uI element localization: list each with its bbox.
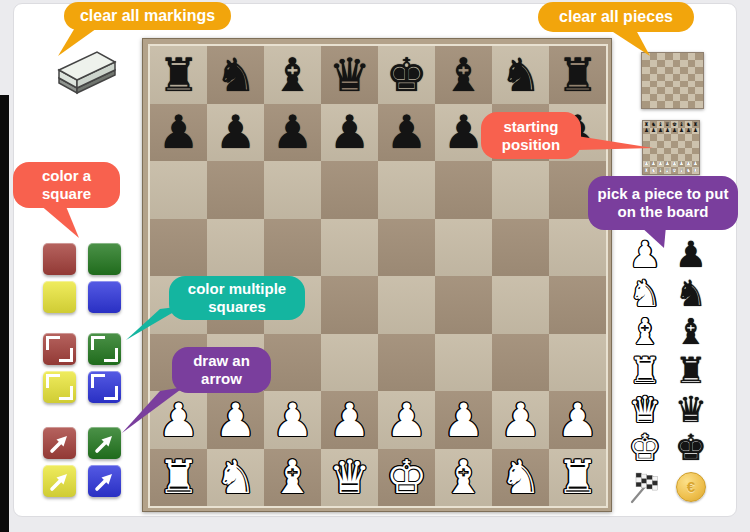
black-pawn: ♟ (672, 128, 677, 134)
arrow-tile-blue[interactable] (88, 465, 121, 497)
square-h4[interactable] (549, 276, 606, 334)
square-c6 (657, 134, 664, 141)
white-bishop-icon: ♝ (629, 314, 661, 350)
square-e1 (673, 101, 681, 108)
chess-board: ♜♞♝♛♚♝♞♜♟♟♟♟♟♟♟♟♟♟♟♟♟♟♟♟♜♞♝♛♚♝♞♜ (142, 38, 612, 512)
square-a6[interactable] (150, 161, 207, 219)
square-d4[interactable] (321, 276, 378, 334)
square-e1[interactable]: ♚ (378, 449, 435, 507)
white-queen: ♛ (329, 454, 370, 500)
black-queen: ♛ (329, 52, 370, 98)
square-d5[interactable] (321, 219, 378, 277)
square-g5 (688, 74, 696, 81)
square-f1 (680, 101, 688, 108)
square-g1[interactable]: ♞ (492, 449, 549, 507)
white-bishop: ♝ (658, 168, 663, 174)
square-a5 (642, 74, 650, 81)
arrow-ne-icon (93, 432, 116, 455)
callout-starting-position: starting position (481, 112, 657, 160)
callout-tail (606, 30, 652, 58)
page: ♜♞♝♛♚♝♞♜♟♟♟♟♟♟♟♟♟♟♟♟♟♟♟♟♜♞♝♛♚♝♞♜ ♜♞♝♛♚♝♞… (0, 0, 750, 532)
square-g6 (688, 67, 696, 74)
palette-white-rook[interactable]: ♜ (627, 352, 663, 391)
square-g4 (685, 148, 692, 155)
callout-tail (58, 26, 104, 58)
black-pawn: ♟ (443, 109, 484, 155)
square-g5 (685, 141, 692, 148)
square-d7: ♟ (664, 128, 671, 135)
square-c7[interactable]: ♟ (264, 104, 321, 162)
coin-button[interactable]: € (673, 468, 709, 507)
square-d6[interactable] (321, 161, 378, 219)
square-h1 (695, 101, 703, 108)
square-g4 (688, 81, 696, 88)
square-e4[interactable] (378, 276, 435, 334)
square-g1 (688, 101, 696, 108)
white-queen-icon: ♛ (629, 392, 661, 428)
white-king: ♚ (386, 454, 427, 500)
white-rook: ♜ (158, 454, 199, 500)
square-e5 (671, 141, 678, 148)
arrow-ne-icon (48, 470, 71, 493)
square-f2[interactable]: ♟ (435, 391, 492, 449)
square-e6[interactable] (378, 161, 435, 219)
square-d4 (664, 148, 671, 155)
square-c6[interactable] (264, 161, 321, 219)
white-pawn: ♟ (443, 397, 484, 443)
square-c3 (657, 87, 665, 94)
square-e2[interactable]: ♟ (378, 391, 435, 449)
corner-bracket-icon (104, 348, 118, 362)
white-king-icon: ♚ (629, 430, 661, 466)
callout-label: clear all pieces (538, 2, 694, 32)
square-f2 (680, 94, 688, 101)
square-h4 (692, 148, 699, 155)
square-e4 (673, 81, 681, 88)
square-d2 (665, 94, 673, 101)
square-c4 (657, 148, 664, 155)
callout-tail (577, 134, 655, 152)
color-square-tile-red[interactable] (43, 243, 76, 275)
black-pawn: ♟ (158, 109, 199, 155)
square-g6 (685, 134, 692, 141)
multi-square-tile-blue[interactable] (88, 371, 121, 403)
euro-coin-icon: € (676, 472, 706, 502)
square-b7[interactable]: ♟ (207, 104, 264, 162)
white-pawn: ♟ (272, 397, 313, 443)
palette-black-rook[interactable]: ♜ (673, 352, 709, 391)
piece-palette: ♟♟♞♞♝♝♜♜♛♛♚♚€ (627, 236, 709, 506)
square-b5 (650, 74, 658, 81)
square-e5 (673, 74, 681, 81)
square-d1: ♛ (664, 167, 671, 174)
square-e5[interactable] (378, 219, 435, 277)
white-rook-icon: ♜ (629, 353, 661, 389)
corner-bracket-icon (91, 336, 105, 350)
square-g3 (688, 87, 696, 94)
white-pawn: ♟ (658, 161, 663, 167)
square-f4 (680, 81, 688, 88)
square-h3 (695, 87, 703, 94)
white-pawn: ♟ (665, 161, 670, 167)
black-pawn: ♟ (329, 109, 370, 155)
palette-black-bishop[interactable]: ♝ (673, 313, 709, 352)
square-d3 (665, 87, 673, 94)
square-e2 (673, 94, 681, 101)
white-rook: ♜ (693, 168, 698, 174)
black-pawn: ♟ (686, 128, 691, 134)
callout-draw-an-arrow: draw an arrow (120, 347, 274, 437)
black-king-icon: ♚ (675, 430, 707, 466)
black-pawn: ♟ (665, 128, 670, 134)
black-pawn: ♟ (679, 128, 684, 134)
callout-label: draw an arrow (172, 347, 271, 393)
square-b1[interactable]: ♞ (207, 449, 264, 507)
square-f6 (680, 67, 688, 74)
square-e3 (673, 87, 681, 94)
black-pawn: ♟ (215, 109, 256, 155)
square-c1: ♝ (657, 167, 664, 174)
square-h7: ♟ (692, 128, 699, 135)
white-pawn: ♟ (557, 397, 598, 443)
white-knight: ♞ (215, 454, 256, 500)
white-bishop: ♝ (272, 454, 313, 500)
arrow-tile-green[interactable] (88, 427, 121, 459)
square-d4 (665, 81, 673, 88)
square-e7[interactable]: ♟ (378, 104, 435, 162)
square-f5 (680, 74, 688, 81)
square-a5[interactable] (150, 219, 207, 277)
square-e6 (671, 134, 678, 141)
white-pawn: ♟ (693, 161, 698, 167)
square-c4 (657, 81, 665, 88)
square-g5[interactable] (492, 219, 549, 277)
black-knight: ♞ (500, 52, 541, 98)
palette-white-knight[interactable]: ♞ (627, 275, 663, 314)
white-rook: ♜ (644, 168, 649, 174)
callout-color-multiple-squares: color multiple squares (126, 276, 308, 344)
square-b1 (650, 101, 658, 108)
square-e7: ♟ (671, 128, 678, 135)
square-d5 (665, 74, 673, 81)
square-g4[interactable] (492, 276, 549, 334)
square-f6[interactable] (435, 161, 492, 219)
square-f4 (678, 148, 685, 155)
black-rook-icon: ♜ (675, 353, 707, 389)
left-dark-strip (0, 95, 9, 532)
square-g6[interactable] (492, 161, 549, 219)
square-d6 (665, 67, 673, 74)
color-square-tile-green[interactable] (88, 243, 121, 275)
square-h3[interactable] (549, 334, 606, 392)
palette-white-king[interactable]: ♚ (627, 429, 663, 468)
square-f3 (680, 87, 688, 94)
black-pawn: ♟ (693, 128, 698, 134)
square-e4 (671, 148, 678, 155)
white-pawn: ♟ (651, 161, 656, 167)
callout-label: clear all markings (64, 2, 231, 30)
callout-color-a-square: color a square (13, 162, 125, 242)
square-f1: ♝ (678, 167, 685, 174)
square-c5[interactable] (264, 219, 321, 277)
square-b4 (650, 81, 658, 88)
square-c6 (657, 67, 665, 74)
black-knight-icon: ♞ (675, 276, 707, 312)
color-square-tile-yellow[interactable] (43, 281, 76, 313)
square-d8[interactable]: ♛ (321, 46, 378, 104)
white-knight-icon: ♞ (629, 276, 661, 312)
square-a2 (642, 94, 650, 101)
square-a4 (642, 81, 650, 88)
square-a6 (642, 67, 650, 74)
square-c1[interactable]: ♝ (264, 449, 321, 507)
square-b6[interactable] (207, 161, 264, 219)
white-pawn: ♟ (329, 397, 370, 443)
black-queen-icon: ♛ (675, 392, 707, 428)
palette-black-knight[interactable]: ♞ (673, 275, 709, 314)
square-h2[interactable]: ♟ (549, 391, 606, 449)
square-b6 (650, 67, 658, 74)
square-c1 (657, 101, 665, 108)
square-f7: ♟ (678, 128, 685, 135)
callout-clear-all-pieces: clear all pieces (538, 2, 698, 62)
white-knight: ♞ (651, 168, 656, 174)
square-e6 (673, 67, 681, 74)
square-h4 (695, 81, 703, 88)
square-f4[interactable] (435, 276, 492, 334)
arrow-ne-icon (93, 470, 116, 493)
square-g2[interactable]: ♟ (492, 391, 549, 449)
white-pawn: ♟ (679, 161, 684, 167)
corner-bracket-icon (59, 386, 73, 400)
white-pawn: ♟ (500, 397, 541, 443)
square-c7: ♟ (657, 128, 664, 135)
square-d7[interactable]: ♟ (321, 104, 378, 162)
black-king: ♚ (386, 52, 427, 98)
white-knight: ♞ (686, 168, 691, 174)
square-f3[interactable] (435, 334, 492, 392)
square-h1[interactable]: ♜ (549, 449, 606, 507)
square-h6 (692, 134, 699, 141)
square-b5[interactable] (207, 219, 264, 277)
square-b3 (650, 87, 658, 94)
square-f6 (678, 134, 685, 141)
white-pawn: ♟ (644, 161, 649, 167)
black-bishop-icon: ♝ (675, 314, 707, 350)
square-f5[interactable] (435, 219, 492, 277)
finish-flag-button[interactable] (627, 468, 663, 507)
color-square-tile-blue[interactable] (88, 281, 121, 313)
square-f1[interactable]: ♝ (435, 449, 492, 507)
square-g3[interactable] (492, 334, 549, 392)
square-h2 (695, 94, 703, 101)
square-e8[interactable]: ♚ (378, 46, 435, 104)
multi-square-tile-red[interactable] (43, 333, 76, 365)
corner-bracket-icon (46, 374, 60, 388)
square-e1: ♚ (671, 167, 678, 174)
white-king: ♚ (672, 168, 677, 174)
square-d1 (665, 101, 673, 108)
square-g1: ♞ (685, 167, 692, 174)
black-pawn: ♟ (272, 109, 313, 155)
square-a3 (642, 87, 650, 94)
multi-square-tile-yellow[interactable] (43, 371, 76, 403)
callout-label: starting position (481, 112, 581, 159)
square-d1[interactable]: ♛ (321, 449, 378, 507)
callout-tail (122, 387, 186, 435)
arrow-tile-yellow[interactable] (43, 465, 76, 497)
white-pawn: ♟ (672, 161, 677, 167)
square-a1: ♜ (643, 167, 650, 174)
square-d2[interactable]: ♟ (321, 391, 378, 449)
square-d6 (664, 134, 671, 141)
callout-pick-a-piece: pick a piece to put on the board (588, 176, 738, 254)
square-b2 (650, 94, 658, 101)
white-queen: ♛ (665, 168, 670, 174)
square-h1: ♜ (692, 167, 699, 174)
square-e3[interactable] (378, 334, 435, 392)
palette-black-king[interactable]: ♚ (673, 429, 709, 468)
square-f8[interactable]: ♝ (435, 46, 492, 104)
palette-black-queen[interactable]: ♛ (673, 390, 709, 429)
white-rook: ♜ (557, 454, 598, 500)
square-c8[interactable]: ♝ (264, 46, 321, 104)
square-h5 (692, 141, 699, 148)
callout-label: color multiple squares (169, 276, 305, 320)
square-c5 (657, 74, 665, 81)
square-f5 (678, 141, 685, 148)
black-bishop: ♝ (272, 52, 313, 98)
square-c2 (657, 94, 665, 101)
square-g7: ♟ (685, 128, 692, 135)
callout-tail (37, 204, 83, 240)
white-knight: ♞ (500, 454, 541, 500)
square-g2 (688, 94, 696, 101)
corner-bracket-icon (91, 374, 105, 388)
white-pawn: ♟ (386, 397, 427, 443)
callout-label: color a square (13, 162, 120, 208)
square-c5 (657, 141, 664, 148)
checkered-flag-icon (627, 468, 663, 506)
square-d3[interactable] (321, 334, 378, 392)
black-bishop: ♝ (443, 52, 484, 98)
white-pawn: ♟ (686, 161, 691, 167)
white-bishop: ♝ (679, 168, 684, 174)
corner-bracket-icon (104, 386, 118, 400)
palette-white-queen[interactable]: ♛ (627, 390, 663, 429)
black-pawn: ♟ (386, 109, 427, 155)
callout-clear-all-markings: clear all markings (56, 2, 236, 62)
multi-square-tile-green[interactable] (88, 333, 121, 365)
square-h6 (695, 67, 703, 74)
square-h5 (695, 74, 703, 81)
palette-white-bishop[interactable]: ♝ (627, 313, 663, 352)
corner-bracket-icon (46, 336, 60, 350)
black-pawn: ♟ (658, 128, 663, 134)
square-d5 (664, 141, 671, 148)
square-b1: ♞ (650, 167, 657, 174)
square-a7[interactable]: ♟ (150, 104, 207, 162)
callout-label: pick a piece to put on the board (588, 176, 738, 230)
white-bishop: ♝ (443, 454, 484, 500)
arrow-tile-red[interactable] (43, 427, 76, 459)
corner-bracket-icon (59, 348, 73, 362)
square-a1 (642, 101, 650, 108)
square-a1[interactable]: ♜ (150, 449, 207, 507)
arrow-ne-icon (48, 432, 71, 455)
